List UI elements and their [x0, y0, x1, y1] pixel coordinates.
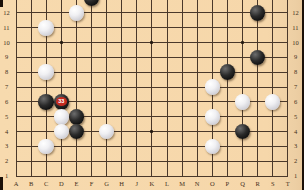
stone-black-F13 — [84, 0, 100, 6]
row-label-left-10: 10 — [0, 39, 14, 47]
column-label-A: A — [9, 180, 23, 188]
stone-white-C3 — [38, 139, 54, 155]
right-edge-bar — [302, 0, 305, 190]
stone-black-P8 — [220, 64, 236, 80]
stone-white-O3 — [205, 139, 221, 155]
grid-line-horizontal — [16, 57, 289, 58]
row-label-right-13: 13 — [289, 0, 303, 2]
star-point-K10 — [150, 41, 153, 44]
stone-white-D4 — [54, 124, 70, 140]
column-label-J: J — [130, 180, 144, 188]
column-label-D: D — [54, 180, 68, 188]
stone-white-Q6 — [235, 94, 251, 110]
column-label-E: E — [69, 180, 83, 188]
row-label-left-6: 6 — [0, 98, 14, 106]
stone-white-O5 — [205, 109, 221, 125]
column-label-C: C — [39, 180, 53, 188]
row-label-right-3: 3 — [289, 142, 303, 150]
row-label-left-2: 2 — [0, 157, 14, 165]
grid-line-horizontal — [16, 72, 289, 73]
column-label-N: N — [190, 180, 204, 188]
column-label-T: T — [281, 180, 295, 188]
column-label-H: H — [115, 180, 129, 188]
row-label-left-11: 11 — [0, 24, 14, 32]
row-label-right-10: 10 — [289, 39, 303, 47]
column-label-F: F — [85, 180, 99, 188]
column-label-Q: Q — [236, 180, 250, 188]
column-label-B: B — [24, 180, 38, 188]
grid-line-horizontal — [16, 176, 289, 177]
grid-line-horizontal — [16, 87, 289, 88]
last-move-marker: 33 — [56, 97, 67, 106]
row-label-left-3: 3 — [0, 142, 14, 150]
stone-black-R9 — [250, 50, 266, 66]
row-label-right-11: 11 — [289, 24, 303, 32]
grid-line-horizontal — [16, 12, 289, 13]
stone-white-C11 — [38, 20, 54, 36]
stone-white-O7 — [205, 79, 221, 95]
column-label-O: O — [205, 180, 219, 188]
column-label-M: M — [175, 180, 189, 188]
row-label-right-1: 1 — [289, 172, 303, 180]
star-point-Q10 — [241, 41, 244, 44]
star-point-K4 — [150, 130, 153, 133]
row-label-right-2: 2 — [289, 157, 303, 165]
stone-black-R12 — [250, 5, 266, 21]
stone-black-C6 — [38, 94, 54, 110]
grid-line-horizontal — [16, 161, 289, 162]
stone-black-E5 — [69, 109, 85, 125]
row-label-right-6: 6 — [289, 98, 303, 106]
row-label-right-7: 7 — [289, 83, 303, 91]
stone-white-E12 — [69, 5, 85, 21]
row-label-right-12: 12 — [289, 9, 303, 17]
column-label-L: L — [160, 180, 174, 188]
go-board[interactable]: ABCDEFGHJKLMNOPQRST112233445566778899101… — [0, 0, 304, 190]
row-label-left-8: 8 — [0, 68, 14, 76]
column-label-R: R — [251, 180, 265, 188]
column-label-G: G — [100, 180, 114, 188]
bottom-left-corner-mark — [0, 177, 3, 191]
grid-line-horizontal — [16, 27, 289, 28]
row-label-left-4: 4 — [0, 128, 14, 136]
star-point-D10 — [60, 41, 63, 44]
top-left-corner-mark — [0, 0, 3, 7]
stone-white-G4 — [99, 124, 115, 140]
row-label-right-5: 5 — [289, 113, 303, 121]
grid-line-horizontal — [16, 146, 289, 147]
column-label-S: S — [266, 180, 280, 188]
column-label-P: P — [220, 180, 234, 188]
row-label-left-9: 9 — [0, 53, 14, 61]
stone-black-E4 — [69, 124, 85, 140]
row-label-right-8: 8 — [289, 68, 303, 76]
row-label-right-9: 9 — [289, 53, 303, 61]
row-label-left-12: 12 — [0, 9, 14, 17]
row-label-right-4: 4 — [289, 128, 303, 136]
stone-white-C8 — [38, 64, 54, 80]
stone-white-D5 — [54, 109, 70, 125]
row-label-left-7: 7 — [0, 83, 14, 91]
row-label-left-5: 5 — [0, 113, 14, 121]
stone-white-S6 — [265, 94, 281, 110]
column-label-K: K — [145, 180, 159, 188]
stone-black-Q4 — [235, 124, 251, 140]
